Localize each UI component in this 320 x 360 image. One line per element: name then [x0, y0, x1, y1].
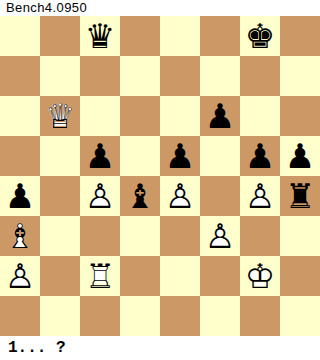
- square-b7[interactable]: [40, 56, 80, 96]
- square-b2[interactable]: [40, 256, 80, 296]
- piece-fill-layer: ♟: [200, 96, 240, 136]
- square-h7[interactable]: [280, 56, 320, 96]
- piece-outline-layer: ♙: [240, 176, 280, 216]
- square-e3[interactable]: [160, 216, 200, 256]
- square-g8[interactable]: ♚: [240, 16, 280, 56]
- square-c6[interactable]: [80, 96, 120, 136]
- square-b3[interactable]: [40, 216, 80, 256]
- piece-outline-layer: ♗: [0, 216, 40, 256]
- piece-black-pawn: ♟: [200, 96, 240, 136]
- piece-fill-layer: ♛: [80, 16, 120, 56]
- square-d4[interactable]: ♝: [120, 176, 160, 216]
- square-e8[interactable]: [160, 16, 200, 56]
- square-f1[interactable]: [200, 296, 240, 336]
- square-b1[interactable]: [40, 296, 80, 336]
- piece-white-queen: ♛♕: [40, 96, 80, 136]
- square-h4[interactable]: ♜: [280, 176, 320, 216]
- piece-black-pawn: ♟: [280, 136, 320, 176]
- piece-outline-layer: ♙: [160, 176, 200, 216]
- piece-black-rook: ♜: [280, 176, 320, 216]
- square-c8[interactable]: ♛: [80, 16, 120, 56]
- piece-outline-layer: ♕: [40, 96, 80, 136]
- piece-outline-layer: ♔: [240, 256, 280, 296]
- square-d3[interactable]: [120, 216, 160, 256]
- piece-black-pawn: ♟: [80, 136, 120, 176]
- square-c7[interactable]: [80, 56, 120, 96]
- square-d8[interactable]: [120, 16, 160, 56]
- piece-black-pawn: ♟: [0, 176, 40, 216]
- piece-black-pawn: ♟: [240, 136, 280, 176]
- square-b8[interactable]: [40, 16, 80, 56]
- piece-fill-layer: ♚: [240, 16, 280, 56]
- square-h2[interactable]: [280, 256, 320, 296]
- square-c1[interactable]: [80, 296, 120, 336]
- square-f8[interactable]: [200, 16, 240, 56]
- piece-white-pawn: ♟♙: [240, 176, 280, 216]
- piece-outline-layer: ♙: [80, 176, 120, 216]
- square-f5[interactable]: [200, 136, 240, 176]
- square-f6[interactable]: ♟: [200, 96, 240, 136]
- square-e1[interactable]: [160, 296, 200, 336]
- piece-black-bishop: ♝: [120, 176, 160, 216]
- square-f7[interactable]: [200, 56, 240, 96]
- square-h8[interactable]: [280, 16, 320, 56]
- square-b4[interactable]: [40, 176, 80, 216]
- square-g6[interactable]: [240, 96, 280, 136]
- square-a5[interactable]: [0, 136, 40, 176]
- square-a1[interactable]: [0, 296, 40, 336]
- square-e7[interactable]: [160, 56, 200, 96]
- square-e5[interactable]: ♟: [160, 136, 200, 176]
- square-b5[interactable]: [40, 136, 80, 176]
- move-prompt: 1... ?: [0, 336, 320, 360]
- square-a4[interactable]: ♟: [0, 176, 40, 216]
- square-a7[interactable]: [0, 56, 40, 96]
- piece-outline-layer: ♙: [0, 256, 40, 296]
- square-e6[interactable]: [160, 96, 200, 136]
- square-a3[interactable]: ♝♗: [0, 216, 40, 256]
- piece-white-rook: ♜♖: [80, 256, 120, 296]
- square-f2[interactable]: [200, 256, 240, 296]
- piece-fill-layer: ♜: [280, 176, 320, 216]
- piece-black-king: ♚: [240, 16, 280, 56]
- square-d2[interactable]: [120, 256, 160, 296]
- piece-fill-layer: ♟: [280, 136, 320, 176]
- piece-white-pawn: ♟♙: [200, 216, 240, 256]
- piece-fill-layer: ♟: [0, 176, 40, 216]
- square-g3[interactable]: [240, 216, 280, 256]
- square-a2[interactable]: ♟♙: [0, 256, 40, 296]
- piece-black-queen: ♛: [80, 16, 120, 56]
- square-h6[interactable]: [280, 96, 320, 136]
- square-c2[interactable]: ♜♖: [80, 256, 120, 296]
- window-title: Bench4.0950: [0, 0, 320, 16]
- square-h5[interactable]: ♟: [280, 136, 320, 176]
- square-g4[interactable]: ♟♙: [240, 176, 280, 216]
- square-g7[interactable]: [240, 56, 280, 96]
- piece-white-pawn: ♟♙: [160, 176, 200, 216]
- square-d7[interactable]: [120, 56, 160, 96]
- piece-white-king: ♚♔: [240, 256, 280, 296]
- piece-white-pawn: ♟♙: [0, 256, 40, 296]
- square-e2[interactable]: [160, 256, 200, 296]
- square-f4[interactable]: [200, 176, 240, 216]
- piece-black-pawn: ♟: [160, 136, 200, 176]
- square-f3[interactable]: ♟♙: [200, 216, 240, 256]
- piece-outline-layer: ♖: [80, 256, 120, 296]
- square-b6[interactable]: ♛♕: [40, 96, 80, 136]
- square-h1[interactable]: [280, 296, 320, 336]
- piece-fill-layer: ♟: [160, 136, 200, 176]
- piece-fill-layer: ♟: [240, 136, 280, 176]
- piece-fill-layer: ♟: [80, 136, 120, 176]
- square-a8[interactable]: [0, 16, 40, 56]
- square-g2[interactable]: ♚♔: [240, 256, 280, 296]
- chess-board: ♛♚♛♕♟♟♟♟♟♟♟♙♝♟♙♟♙♜♝♗♟♙♟♙♜♖♚♔: [0, 16, 320, 336]
- square-g1[interactable]: [240, 296, 280, 336]
- piece-white-bishop: ♝♗: [0, 216, 40, 256]
- square-c5[interactable]: ♟: [80, 136, 120, 176]
- square-a6[interactable]: [0, 96, 40, 136]
- square-g5[interactable]: ♟: [240, 136, 280, 176]
- square-h3[interactable]: [280, 216, 320, 256]
- square-c3[interactable]: [80, 216, 120, 256]
- piece-outline-layer: ♙: [200, 216, 240, 256]
- square-c4[interactable]: ♟♙: [80, 176, 120, 216]
- square-d1[interactable]: [120, 296, 160, 336]
- square-e4[interactable]: ♟♙: [160, 176, 200, 216]
- piece-white-pawn: ♟♙: [80, 176, 120, 216]
- square-d5[interactable]: [120, 136, 160, 176]
- piece-fill-layer: ♝: [120, 176, 160, 216]
- square-d6[interactable]: [120, 96, 160, 136]
